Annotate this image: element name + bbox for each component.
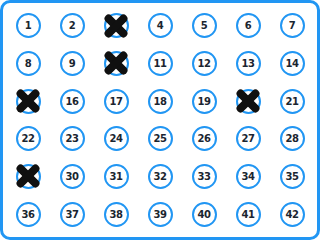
- number-circle: 11: [148, 51, 173, 76]
- number-circle: 5: [192, 13, 201, 38]
- number-cell-33[interactable]: 33: [192, 164, 201, 180]
- number-circle: 33: [192, 164, 201, 180]
- number-circle: 1: [16, 13, 41, 38]
- number-circle: 4: [148, 13, 173, 38]
- number-cell-19[interactable]: 19: [192, 89, 201, 114]
- number-cell-32[interactable]: 32: [148, 164, 173, 180]
- number-circle: 26: [192, 126, 201, 151]
- number-circle: [16, 89, 41, 114]
- number-circle: 23: [60, 126, 85, 151]
- number-cell-22[interactable]: 22: [16, 126, 41, 151]
- number-circle: 25: [148, 126, 173, 151]
- number-cell-5[interactable]: 5: [192, 13, 201, 38]
- number-circle: 19: [192, 89, 201, 114]
- number-circle: 22: [16, 126, 41, 151]
- number-circle: 31: [104, 164, 129, 180]
- number-circle: 2: [60, 13, 85, 38]
- number-cell-12[interactable]: 12: [192, 51, 201, 76]
- number-circle: 24: [104, 126, 129, 151]
- number-circle: [104, 51, 129, 76]
- number-cell-2[interactable]: 2: [60, 13, 85, 38]
- card-frame: 1245678911121314161718192122232425262728…: [0, 0, 200, 180]
- number-circle: 12: [192, 51, 201, 76]
- crossed-cell-29[interactable]: [16, 164, 41, 180]
- number-cell-16[interactable]: 16: [60, 89, 85, 114]
- number-cell-31[interactable]: 31: [104, 164, 129, 180]
- number-cell-11[interactable]: 11: [148, 51, 173, 76]
- number-circle: 8: [16, 51, 41, 76]
- crossed-cell-3[interactable]: [104, 13, 129, 38]
- number-circle: 17: [104, 89, 129, 114]
- number-circle: 32: [148, 164, 173, 180]
- number-circle: 18: [148, 89, 173, 114]
- number-cell-23[interactable]: 23: [60, 126, 85, 151]
- number-cell-1[interactable]: 1: [16, 13, 41, 38]
- number-cell-25[interactable]: 25: [148, 126, 173, 151]
- number-cell-9[interactable]: 9: [60, 51, 85, 76]
- number-cell-30[interactable]: 30: [60, 164, 85, 180]
- crossed-cell-15[interactable]: [16, 89, 41, 114]
- number-circle: 9: [60, 51, 85, 76]
- number-circle: 16: [60, 89, 85, 114]
- number-circle: [104, 13, 129, 38]
- crossed-cell-10[interactable]: [104, 51, 129, 76]
- number-cell-17[interactable]: 17: [104, 89, 129, 114]
- number-circle: 30: [60, 164, 85, 180]
- number-cell-8[interactable]: 8: [16, 51, 41, 76]
- number-cell-18[interactable]: 18: [148, 89, 173, 114]
- number-cell-4[interactable]: 4: [148, 13, 173, 38]
- number-circle: [16, 164, 41, 180]
- number-cell-24[interactable]: 24: [104, 126, 129, 151]
- number-board: 1245678911121314161718192122232425262728…: [6, 7, 200, 180]
- number-cell-26[interactable]: 26: [192, 126, 201, 151]
